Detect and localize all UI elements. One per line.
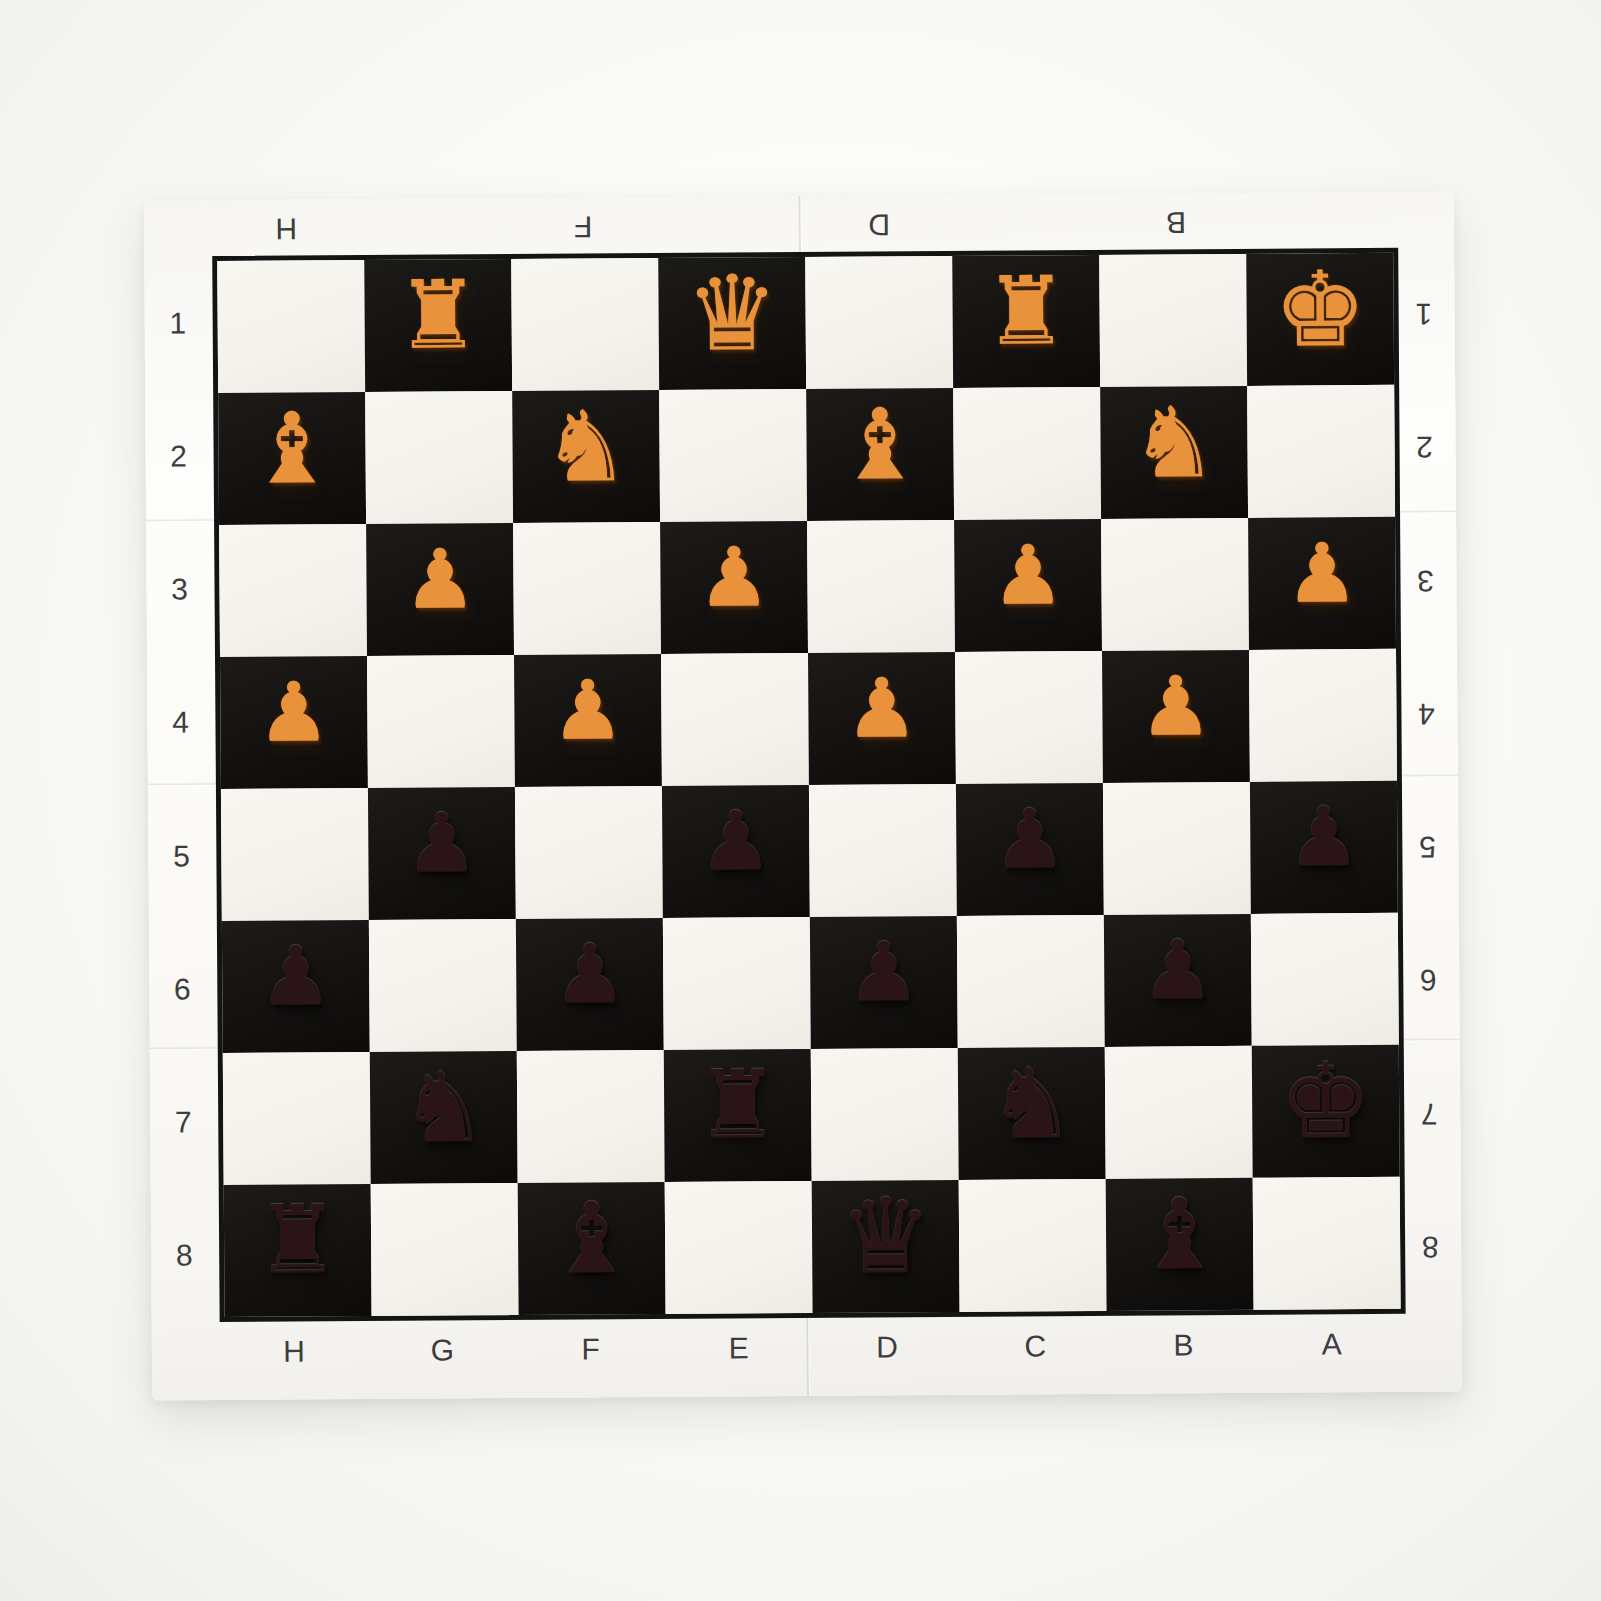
square-b2[interactable]: ♞ <box>1100 386 1248 519</box>
file-labels-bottom: HGFEDCBA <box>220 1318 1406 1378</box>
rank-label-right-2: 2 <box>1395 381 1454 515</box>
square-g4[interactable] <box>367 655 515 788</box>
square-b3[interactable] <box>1101 518 1249 651</box>
square-e5[interactable]: ♟ <box>662 785 810 918</box>
rank-label-left-2: 2 <box>147 389 210 523</box>
file-label-top-hidden-1 <box>360 202 509 253</box>
file-label-top-hidden-7 <box>1250 196 1399 247</box>
piece-orange-pawn-a3[interactable]: ♟ <box>1285 532 1359 615</box>
piece-brown-pawn-h6[interactable]: ♟ <box>259 935 333 1018</box>
rank-label-right-7: 7 <box>1400 1047 1459 1181</box>
square-a8[interactable] <box>1253 1177 1401 1310</box>
piece-brown-pawn-c5[interactable]: ♟ <box>993 798 1067 881</box>
square-g1[interactable]: ♜ <box>364 259 512 392</box>
rank-label-right-6: 6 <box>1399 914 1458 1048</box>
file-label-top-f: F <box>508 201 657 252</box>
file-label-bottom-a: A <box>1257 1318 1406 1371</box>
square-h6[interactable]: ♟ <box>222 920 370 1053</box>
square-e6[interactable] <box>663 917 811 1050</box>
piece-brown-pawn-e5[interactable]: ♟ <box>699 800 773 883</box>
square-e4[interactable] <box>661 653 809 786</box>
square-a7[interactable]: ♚ <box>1252 1045 1400 1178</box>
file-label-top-hidden-3 <box>657 200 806 251</box>
piece-orange-pawn-f4[interactable]: ♟ <box>551 669 625 752</box>
rank-label-left-5: 5 <box>150 789 213 923</box>
file-labels-top: HFDB <box>212 196 1398 254</box>
piece-orange-knight-b2[interactable]: ♞ <box>1130 393 1219 492</box>
file-label-bottom-d: D <box>813 1321 962 1374</box>
square-h1[interactable] <box>217 260 365 393</box>
square-b4[interactable]: ♟ <box>1102 650 1250 783</box>
square-f4[interactable]: ♟ <box>514 654 662 787</box>
piece-orange-knight-f2[interactable]: ♞ <box>542 397 631 496</box>
square-f2[interactable]: ♞ <box>512 390 660 523</box>
file-label-bottom-b: B <box>1109 1319 1258 1372</box>
square-h4[interactable]: ♟ <box>220 656 368 789</box>
file-label-bottom-c: C <box>961 1320 1110 1373</box>
square-g8[interactable] <box>371 1183 519 1316</box>
square-e3[interactable]: ♟ <box>660 521 808 654</box>
square-g2[interactable] <box>365 391 513 524</box>
file-label-bottom-f: F <box>516 1323 665 1376</box>
piece-orange-pawn-b4[interactable]: ♟ <box>1139 665 1213 748</box>
piece-brown-bishop-b8[interactable]: ♝ <box>1135 1185 1224 1284</box>
square-g6[interactable] <box>369 919 517 1052</box>
piece-brown-pawn-d6[interactable]: ♟ <box>847 931 921 1014</box>
square-c7[interactable]: ♞ <box>958 1047 1106 1180</box>
square-c6[interactable] <box>957 915 1105 1048</box>
square-f6[interactable]: ♟ <box>516 918 664 1051</box>
square-d5[interactable] <box>809 784 957 917</box>
square-a4[interactable] <box>1249 649 1397 782</box>
square-f7[interactable] <box>517 1050 665 1183</box>
rank-label-right-5: 5 <box>1398 780 1457 914</box>
square-f1[interactable] <box>511 258 659 391</box>
square-g7[interactable]: ♞ <box>370 1051 518 1184</box>
piece-orange-pawn-g3[interactable]: ♟ <box>403 538 477 621</box>
square-f8[interactable]: ♝ <box>518 1182 666 1315</box>
square-c5[interactable]: ♟ <box>956 783 1104 916</box>
file-label-top-hidden-5 <box>953 198 1102 249</box>
square-a2[interactable] <box>1247 385 1395 518</box>
square-c3[interactable]: ♟ <box>954 519 1102 652</box>
square-h7[interactable] <box>223 1052 371 1185</box>
file-label-top-d: D <box>805 199 954 250</box>
piece-orange-queen-e1[interactable]: ♛ <box>685 261 779 366</box>
square-a1[interactable]: ♚ <box>1246 253 1394 386</box>
chess-board: ♜♛♜♚♝♞♝♞♟♟♟♟♟♟♟♟♟♟♟♟♟♟♟♟♞♜♞♚♜♝♛♝ <box>212 248 1405 1322</box>
square-b8[interactable]: ♝ <box>1106 1178 1254 1311</box>
square-e7[interactable]: ♜ <box>664 1049 812 1182</box>
square-a5[interactable]: ♟ <box>1250 781 1398 914</box>
file-label-top-h: H <box>212 203 361 254</box>
piece-orange-rook-g1[interactable]: ♜ <box>396 268 481 363</box>
piece-brown-knight-g7[interactable]: ♞ <box>399 1058 488 1157</box>
square-d2[interactable]: ♝ <box>806 388 954 521</box>
rank-label-right-3: 3 <box>1396 514 1455 648</box>
rank-label-left-3: 3 <box>148 523 211 657</box>
piece-brown-pawn-b6[interactable]: ♟ <box>1141 929 1215 1012</box>
square-b1[interactable] <box>1099 254 1247 387</box>
square-c2[interactable] <box>953 387 1101 520</box>
square-e8[interactable] <box>665 1181 813 1314</box>
piece-brown-queen-d8[interactable]: ♛ <box>839 1184 933 1289</box>
square-d1[interactable] <box>805 256 953 389</box>
piece-brown-bishop-f8[interactable]: ♝ <box>547 1189 636 1288</box>
square-g3[interactable]: ♟ <box>366 523 514 656</box>
square-d3[interactable] <box>807 520 955 653</box>
piece-orange-bishop-d2[interactable]: ♝ <box>836 395 925 494</box>
piece-brown-rook-h8[interactable]: ♜ <box>255 1193 340 1288</box>
square-e1[interactable]: ♛ <box>658 257 806 390</box>
rank-label-left-7: 7 <box>152 1056 215 1190</box>
piece-brown-pawn-g5[interactable]: ♟ <box>405 802 479 885</box>
square-a3[interactable]: ♟ <box>1248 517 1396 650</box>
piece-orange-pawn-h4[interactable]: ♟ <box>257 671 331 754</box>
square-g5[interactable]: ♟ <box>368 787 516 920</box>
piece-orange-rook-c1[interactable]: ♜ <box>984 264 1069 359</box>
square-h8[interactable]: ♜ <box>224 1184 372 1317</box>
rank-label-right-8: 8 <box>1401 1180 1460 1314</box>
piece-orange-bishop-h2[interactable]: ♝ <box>248 399 337 498</box>
piece-orange-king-a1[interactable]: ♚ <box>1273 257 1367 362</box>
rank-label-left-6: 6 <box>151 922 214 1056</box>
piece-brown-knight-c7[interactable]: ♞ <box>987 1054 1076 1153</box>
square-d8[interactable]: ♛ <box>812 1180 960 1313</box>
rank-label-right-4: 4 <box>1397 647 1456 781</box>
file-label-bottom-e: E <box>664 1322 813 1375</box>
piece-brown-pawn-f6[interactable]: ♟ <box>553 933 627 1016</box>
file-label-top-b: B <box>1101 197 1250 248</box>
square-c4[interactable] <box>955 651 1103 784</box>
piece-brown-rook-e7[interactable]: ♜ <box>695 1058 780 1153</box>
square-f5[interactable] <box>515 786 663 919</box>
square-d6[interactable]: ♟ <box>810 916 958 1049</box>
piece-orange-pawn-c3[interactable]: ♟ <box>991 534 1065 617</box>
square-h2[interactable]: ♝ <box>218 392 366 525</box>
square-d7[interactable] <box>811 1048 959 1181</box>
piece-orange-pawn-e3[interactable]: ♟ <box>697 536 771 619</box>
square-b7[interactable] <box>1105 1046 1253 1179</box>
rank-label-left-4: 4 <box>149 656 212 790</box>
square-b6[interactable]: ♟ <box>1104 914 1252 1047</box>
square-c8[interactable] <box>959 1179 1107 1312</box>
square-h5[interactable] <box>221 788 369 921</box>
folding-board-sheet: HFDB 12345678 12345678 HGFEDCBA ♜♛♜♚♝♞♝♞… <box>144 191 1462 1400</box>
square-a6[interactable] <box>1251 913 1399 1046</box>
rank-labels-left: 12345678 <box>146 256 215 1322</box>
square-f3[interactable] <box>513 522 661 655</box>
rank-label-left-8: 8 <box>153 1189 216 1323</box>
square-c1[interactable]: ♜ <box>952 255 1100 388</box>
square-h3[interactable] <box>219 524 367 657</box>
square-d4[interactable]: ♟ <box>808 652 956 785</box>
piece-brown-pawn-a5[interactable]: ♟ <box>1287 796 1361 879</box>
square-e2[interactable] <box>659 389 807 522</box>
rank-label-left-1: 1 <box>146 256 209 390</box>
rank-label-right-1: 1 <box>1394 247 1453 381</box>
file-label-bottom-g: G <box>368 1324 517 1377</box>
piece-brown-king-a7[interactable]: ♚ <box>1279 1049 1373 1154</box>
file-label-bottom-h: H <box>220 1325 369 1378</box>
piece-orange-pawn-d4[interactable]: ♟ <box>845 667 919 750</box>
square-b5[interactable] <box>1103 782 1251 915</box>
